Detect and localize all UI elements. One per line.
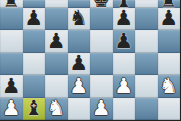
- black-rook-piece[interactable]: ♜: [2, 0, 20, 8]
- square-f7[interactable]: ♟: [113, 8, 136, 31]
- square-e4[interactable]: [90, 75, 113, 98]
- black-pawn-piece[interactable]: ♟: [24, 8, 43, 30]
- white-pawn-piece[interactable]: ♟: [2, 98, 21, 120]
- square-f8[interactable]: ♝: [113, 0, 136, 8]
- square-h5[interactable]: [158, 53, 181, 76]
- square-e6[interactable]: [90, 30, 113, 53]
- square-d4[interactable]: ♟: [68, 75, 91, 98]
- square-a4[interactable]: ♟: [0, 75, 23, 98]
- square-b3[interactable]: ♝: [23, 98, 46, 121]
- black-pawn-piece[interactable]: ♟: [114, 31, 133, 53]
- square-c5[interactable]: [45, 53, 68, 76]
- black-knight-piece[interactable]: ♞: [69, 8, 88, 30]
- square-b5[interactable]: [23, 53, 46, 76]
- black-bishop-piece[interactable]: ♝: [115, 0, 133, 8]
- black-pawn-piece[interactable]: ♟: [159, 8, 178, 30]
- square-d6[interactable]: [68, 30, 91, 53]
- square-f5[interactable]: [113, 53, 136, 76]
- square-g3[interactable]: [135, 98, 158, 121]
- square-h4[interactable]: ♞: [158, 75, 181, 98]
- square-g7[interactable]: [135, 8, 158, 31]
- square-e8[interactable]: ♚: [90, 0, 113, 8]
- square-a6[interactable]: [0, 30, 23, 53]
- black-rook-piece[interactable]: ♜: [160, 0, 178, 8]
- square-f3[interactable]: [113, 98, 136, 121]
- square-e3[interactable]: ♟: [90, 98, 113, 121]
- square-b7[interactable]: ♟: [23, 8, 46, 31]
- square-b4[interactable]: [23, 75, 46, 98]
- square-b8[interactable]: [23, 0, 46, 8]
- square-c3[interactable]: ♞: [45, 98, 68, 121]
- square-g5[interactable]: [135, 53, 158, 76]
- black-pawn-piece[interactable]: ♟: [47, 31, 66, 53]
- square-a3[interactable]: ♟: [0, 98, 23, 121]
- square-d5[interactable]: ♟: [68, 53, 91, 76]
- square-h6[interactable]: [158, 30, 181, 53]
- square-g8[interactable]: [135, 0, 158, 8]
- square-h7[interactable]: ♟: [158, 8, 181, 31]
- square-f4[interactable]: ♟: [113, 75, 136, 98]
- black-pawn-piece[interactable]: ♟: [114, 8, 133, 30]
- square-f6[interactable]: ♟: [113, 30, 136, 53]
- black-pawn-piece[interactable]: ♟: [69, 53, 88, 75]
- square-h3[interactable]: [158, 98, 181, 121]
- black-king-piece[interactable]: ♚: [92, 0, 110, 8]
- white-pawn-piece[interactable]: ♟: [92, 98, 111, 120]
- square-c6[interactable]: ♟: [45, 30, 68, 53]
- square-d3[interactable]: [68, 98, 91, 121]
- square-c4[interactable]: [45, 75, 68, 98]
- white-knight-piece[interactable]: ♞: [159, 76, 178, 98]
- white-pawn-piece[interactable]: ♟: [114, 76, 133, 98]
- square-d8[interactable]: [68, 0, 91, 8]
- chess-board: ♜♚♝♜♟♞♟♟♟♟♟♟♟♟♞♟♝♞♟: [0, 0, 180, 120]
- white-pawn-piece[interactable]: ♟: [69, 76, 88, 98]
- square-e7[interactable]: [90, 8, 113, 31]
- square-h8[interactable]: ♜: [158, 0, 181, 8]
- black-bishop-piece[interactable]: ♝: [24, 98, 43, 120]
- square-a5[interactable]: [0, 53, 23, 76]
- square-e5[interactable]: [90, 53, 113, 76]
- square-g4[interactable]: [135, 75, 158, 98]
- square-a7[interactable]: [0, 8, 23, 31]
- square-c8[interactable]: [45, 0, 68, 8]
- white-knight-piece[interactable]: ♞: [47, 98, 66, 120]
- square-b6[interactable]: [23, 30, 46, 53]
- square-d7[interactable]: ♞: [68, 8, 91, 31]
- square-c7[interactable]: [45, 8, 68, 31]
- square-g6[interactable]: [135, 30, 158, 53]
- black-pawn-piece[interactable]: ♟: [2, 76, 21, 98]
- square-a8[interactable]: ♜: [0, 0, 23, 8]
